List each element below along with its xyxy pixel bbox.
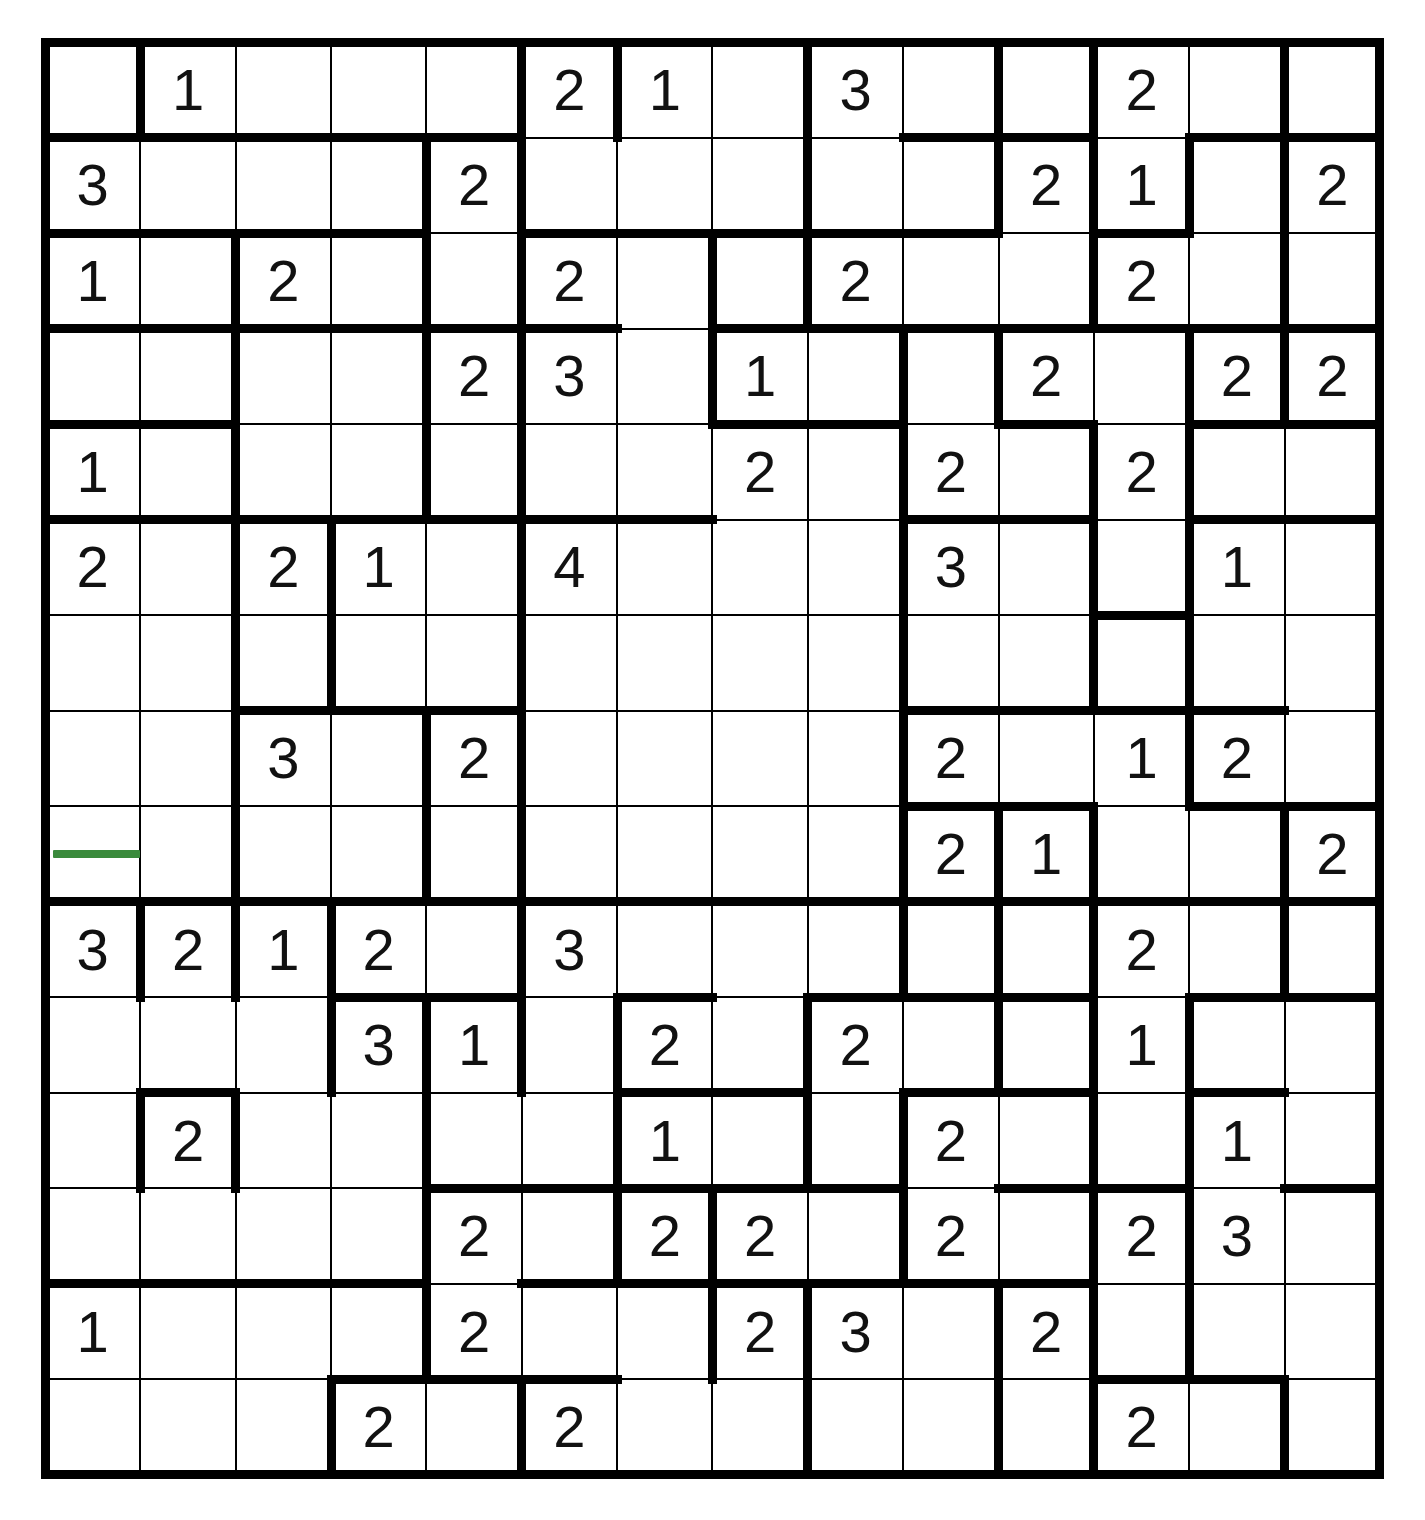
- cell-r12c8[interactable]: [712, 1093, 807, 1189]
- cell-r7c5[interactable]: [426, 615, 521, 711]
- region-border-horizontal: [136, 515, 240, 524]
- clue-r10c4: 2: [331, 902, 426, 998]
- region-border-vertical: [422, 1088, 431, 1193]
- cell-r9c4[interactable]: [331, 806, 426, 902]
- region-border-vertical: [327, 611, 336, 716]
- region-border-horizontal: [899, 993, 1003, 1002]
- cell-r7c11[interactable]: [999, 615, 1094, 711]
- cell-r11c1[interactable]: [45, 997, 140, 1093]
- cell-r8c7[interactable]: [617, 711, 712, 807]
- cell-r8c1[interactable]: [45, 711, 140, 807]
- cell-r9c9[interactable]: [808, 806, 903, 902]
- cell-r9c12[interactable]: [1094, 806, 1189, 902]
- cell-r14c4[interactable]: [331, 1284, 426, 1380]
- region-border-horizontal: [1089, 611, 1193, 620]
- cell-r3c8[interactable]: [712, 233, 807, 329]
- cell-r15c14[interactable]: [1285, 1379, 1380, 1475]
- cell-r3c7[interactable]: [617, 233, 712, 329]
- clue-r1c6: 2: [522, 42, 617, 138]
- region-border-vertical: [1185, 1279, 1194, 1384]
- cell-r10c9[interactable]: [808, 902, 903, 998]
- region-border-horizontal: [803, 897, 907, 906]
- region-border-horizontal: [994, 1184, 1098, 1193]
- cell-r15c3[interactable]: [236, 1379, 331, 1475]
- region-border-vertical: [517, 802, 526, 907]
- cell-r6c11[interactable]: [999, 520, 1094, 616]
- cell-r5c3[interactable]: [236, 424, 331, 520]
- region-border-horizontal: [994, 515, 1098, 524]
- region-border-vertical: [1280, 229, 1289, 334]
- cell-r7c7[interactable]: [617, 615, 712, 711]
- region-border-vertical: [899, 611, 908, 716]
- cell-r12c5[interactable]: [426, 1093, 521, 1189]
- clue-r14c5: 2: [426, 1284, 521, 1380]
- cell-r1c1[interactable]: [45, 42, 140, 138]
- clue-r1c9: 3: [808, 42, 903, 138]
- region-border-horizontal: [613, 515, 717, 524]
- clue-r10c2: 2: [140, 902, 235, 998]
- region-border-vertical: [231, 420, 240, 525]
- cell-r11c11[interactable]: [999, 997, 1094, 1093]
- region-border-horizontal: [803, 1184, 907, 1193]
- cell-r11c2[interactable]: [140, 997, 235, 1093]
- clue-r14c9: 3: [808, 1284, 903, 1380]
- clue-r2c14: 2: [1285, 138, 1380, 234]
- clue-r2c5: 2: [426, 138, 521, 234]
- cell-r14c6[interactable]: [522, 1284, 617, 1380]
- cell-r6c7[interactable]: [617, 520, 712, 616]
- cell-r12c4[interactable]: [331, 1093, 426, 1189]
- region-border-horizontal: [708, 229, 812, 238]
- cell-r14c3[interactable]: [236, 1284, 331, 1380]
- cell-r15c13[interactable]: [1189, 1379, 1284, 1475]
- cell-r13c6[interactable]: [522, 1188, 617, 1284]
- region-border-horizontal: [708, 897, 812, 906]
- cell-r12c12[interactable]: [1094, 1093, 1189, 1189]
- clue-r4c5: 2: [426, 329, 521, 425]
- cell-r7c4[interactable]: [331, 615, 426, 711]
- cell-r10c7[interactable]: [617, 902, 712, 998]
- region-border-vertical: [1280, 897, 1289, 1002]
- region-border-vertical: [1089, 1088, 1098, 1193]
- cell-r8c9[interactable]: [808, 711, 903, 807]
- cell-r11c13[interactable]: [1189, 997, 1284, 1093]
- region-border-horizontal: [1185, 897, 1289, 906]
- clue-r11c5: 1: [426, 997, 521, 1093]
- clue-r2c11: 2: [999, 138, 1094, 234]
- clue-r2c12: 1: [1094, 138, 1189, 234]
- cell-r15c10[interactable]: [903, 1379, 998, 1475]
- clue-r13c10: 2: [903, 1188, 998, 1284]
- region-border-horizontal: [899, 133, 1003, 142]
- cell-r3c10[interactable]: [903, 233, 998, 329]
- cell-r1c4[interactable]: [331, 42, 426, 138]
- clue-r13c13: 3: [1189, 1188, 1284, 1284]
- region-border-horizontal: [327, 324, 431, 333]
- region-border-horizontal: [327, 1279, 431, 1288]
- region-border-horizontal: [899, 229, 1003, 238]
- region-border-vertical: [422, 229, 431, 334]
- clue-r11c12: 1: [1094, 997, 1189, 1093]
- cell-r2c3[interactable]: [236, 138, 331, 234]
- clue-r15c12: 2: [1094, 1379, 1189, 1475]
- cell-r14c7[interactable]: [617, 1284, 712, 1380]
- clue-r14c11: 2: [999, 1284, 1094, 1380]
- region-border-vertical: [803, 133, 812, 238]
- cell-r8c11[interactable]: [999, 711, 1094, 807]
- clue-r8c5: 2: [426, 711, 521, 807]
- cell-r15c2[interactable]: [140, 1379, 235, 1475]
- clue-r4c11: 2: [999, 329, 1094, 425]
- cell-r5c7[interactable]: [617, 424, 712, 520]
- cell-r8c6[interactable]: [522, 711, 617, 807]
- cell-r2c6[interactable]: [522, 138, 617, 234]
- clue-r8c3: 3: [236, 711, 331, 807]
- cell-r7c2[interactable]: [140, 615, 235, 711]
- region-border-vertical: [1280, 38, 1289, 143]
- cell-r15c8[interactable]: [712, 1379, 807, 1475]
- region-border-vertical: [1089, 611, 1098, 716]
- cell-r9c5[interactable]: [426, 806, 521, 902]
- cell-r13c3[interactable]: [236, 1188, 331, 1284]
- region-border-horizontal: [1185, 1375, 1289, 1384]
- clue-r6c13: 1: [1189, 520, 1284, 616]
- region-border-horizontal: [613, 897, 717, 906]
- region-border-horizontal: [1185, 993, 1289, 1002]
- clue-r12c10: 2: [903, 1093, 998, 1189]
- clue-r4c14: 2: [1285, 329, 1380, 425]
- cell-r2c9[interactable]: [808, 138, 903, 234]
- region-border-vertical: [994, 993, 1003, 1098]
- cell-r1c3[interactable]: [236, 42, 331, 138]
- region-border-vertical: [517, 420, 526, 525]
- region-border-vertical: [899, 324, 908, 429]
- cell-r12c11[interactable]: [999, 1093, 1094, 1189]
- outer-border-right: [1375, 38, 1384, 1480]
- cell-r1c13[interactable]: [1189, 42, 1284, 138]
- cell-r13c1[interactable]: [45, 1188, 140, 1284]
- clue-r14c8: 2: [712, 1284, 807, 1380]
- cell-r15c5[interactable]: [426, 1379, 521, 1475]
- clue-r4c13: 2: [1189, 329, 1284, 425]
- cell-r12c1[interactable]: [45, 1093, 140, 1189]
- cell-r12c9[interactable]: [808, 1093, 903, 1189]
- region-border-horizontal: [1280, 993, 1384, 1002]
- clue-r3c6: 2: [522, 233, 617, 329]
- cell-r15c9[interactable]: [808, 1379, 903, 1475]
- cell-r7c1[interactable]: [45, 615, 140, 711]
- cell-r8c8[interactable]: [712, 711, 807, 807]
- cell-r7c3[interactable]: [236, 615, 331, 711]
- clue-r1c2: 1: [140, 42, 235, 138]
- clue-r13c12: 2: [1094, 1188, 1189, 1284]
- cell-r1c5[interactable]: [426, 42, 521, 138]
- region-border-horizontal: [613, 229, 717, 238]
- clue-r5c10: 2: [903, 424, 998, 520]
- cell-r13c2[interactable]: [140, 1188, 235, 1284]
- cell-r5c11[interactable]: [999, 424, 1094, 520]
- puzzle-board[interactable]: 1213232212122222312221222221431322122123…: [0, 0, 1425, 1520]
- cell-r6c14[interactable]: [1285, 520, 1380, 616]
- cell-r2c2[interactable]: [140, 138, 235, 234]
- cell-r11c10[interactable]: [903, 997, 998, 1093]
- region-border-vertical: [994, 1375, 1003, 1480]
- clue-r11c9: 2: [808, 997, 903, 1093]
- cell-r14c2[interactable]: [140, 1284, 235, 1380]
- cell-r13c14[interactable]: [1285, 1188, 1380, 1284]
- clue-r1c12: 2: [1094, 42, 1189, 138]
- cell-r12c14[interactable]: [1285, 1093, 1380, 1189]
- cell-r9c2[interactable]: [140, 806, 235, 902]
- region-border-horizontal: [708, 1088, 812, 1097]
- cell-r7c6[interactable]: [522, 615, 617, 711]
- region-border-vertical: [422, 420, 431, 525]
- cell-r14c13[interactable]: [1189, 1284, 1284, 1380]
- cell-r13c4[interactable]: [331, 1188, 426, 1284]
- cell-r7c8[interactable]: [712, 615, 807, 711]
- cell-r13c11[interactable]: [999, 1188, 1094, 1284]
- cell-r2c8[interactable]: [712, 138, 807, 234]
- cell-r7c13[interactable]: [1189, 615, 1284, 711]
- cell-r5c5[interactable]: [426, 424, 521, 520]
- cell-r2c13[interactable]: [1189, 138, 1284, 234]
- region-border-vertical: [708, 229, 717, 334]
- region-border-horizontal: [136, 420, 240, 429]
- cell-r4c7[interactable]: [617, 329, 712, 425]
- cell-r3c13[interactable]: [1189, 233, 1284, 329]
- region-border-horizontal: [422, 897, 526, 906]
- clue-r4c8: 1: [712, 329, 807, 425]
- clue-r4c6: 3: [522, 329, 617, 425]
- region-border-vertical: [517, 611, 526, 716]
- region-border-horizontal: [899, 324, 1003, 333]
- region-border-horizontal: [1280, 515, 1384, 524]
- cell-r10c8[interactable]: [712, 902, 807, 998]
- region-border-vertical: [231, 611, 240, 716]
- cell-r8c4[interactable]: [331, 711, 426, 807]
- clue-r11c7: 2: [617, 997, 712, 1093]
- cell-r12c3[interactable]: [236, 1093, 331, 1189]
- region-border-horizontal: [1185, 133, 1289, 142]
- region-border-horizontal: [994, 993, 1098, 1002]
- clue-r6c10: 3: [903, 520, 998, 616]
- clue-r12c2: 2: [140, 1093, 235, 1189]
- clue-r13c7: 2: [617, 1188, 712, 1284]
- clue-r14c1: 1: [45, 1284, 140, 1380]
- region-border-vertical: [1185, 611, 1194, 716]
- cell-r3c14[interactable]: [1285, 233, 1380, 329]
- cell-r15c7[interactable]: [617, 1379, 712, 1475]
- region-border-horizontal: [136, 324, 240, 333]
- cell-r6c5[interactable]: [426, 520, 521, 616]
- cell-r10c10[interactable]: [903, 902, 998, 998]
- clue-r10c6: 3: [522, 902, 617, 998]
- cell-r6c8[interactable]: [712, 520, 807, 616]
- cell-r2c4[interactable]: [331, 138, 426, 234]
- cell-r4c9[interactable]: [808, 329, 903, 425]
- region-border-horizontal: [422, 515, 526, 524]
- clue-r3c3: 2: [236, 233, 331, 329]
- cell-r3c5[interactable]: [426, 233, 521, 329]
- clue-r11c4: 3: [331, 997, 426, 1093]
- clue-r3c12: 2: [1094, 233, 1189, 329]
- cell-r14c12[interactable]: [1094, 1284, 1189, 1380]
- cell-r9c8[interactable]: [712, 806, 807, 902]
- clue-r5c1: 1: [45, 424, 140, 520]
- cell-r9c7[interactable]: [617, 806, 712, 902]
- cell-r9c13[interactable]: [1189, 806, 1284, 902]
- clue-r5c8: 2: [712, 424, 807, 520]
- clue-r8c10: 2: [903, 711, 998, 807]
- clue-r1c7: 1: [617, 42, 712, 138]
- green-user-stroke: [53, 850, 140, 858]
- cell-r11c14[interactable]: [1285, 997, 1380, 1093]
- cell-r11c3[interactable]: [236, 997, 331, 1093]
- region-border-horizontal: [327, 229, 431, 238]
- clue-r15c4: 2: [331, 1379, 426, 1475]
- cell-r6c12[interactable]: [1094, 520, 1189, 616]
- cell-r1c8[interactable]: [712, 42, 807, 138]
- cell-r10c11[interactable]: [999, 902, 1094, 998]
- cell-r11c6[interactable]: [522, 997, 617, 1093]
- region-border-vertical: [1089, 515, 1098, 620]
- region-border-horizontal: [231, 1279, 335, 1288]
- clue-r6c4: 1: [331, 520, 426, 616]
- region-border-horizontal: [994, 1088, 1098, 1097]
- region-border-horizontal: [136, 1279, 240, 1288]
- clue-r13c8: 2: [712, 1188, 807, 1284]
- cell-r14c10[interactable]: [903, 1284, 998, 1380]
- cell-r7c9[interactable]: [808, 615, 903, 711]
- clue-r10c12: 2: [1094, 902, 1189, 998]
- region-border-vertical: [994, 897, 1003, 1002]
- clue-r6c1: 2: [45, 520, 140, 616]
- cell-r3c4[interactable]: [331, 233, 426, 329]
- clue-r9c10: 2: [903, 806, 998, 902]
- region-border-horizontal: [517, 1184, 621, 1193]
- region-border-vertical: [231, 802, 240, 907]
- clue-r6c3: 2: [236, 520, 331, 616]
- clue-r12c7: 1: [617, 1093, 712, 1189]
- region-border-horizontal: [136, 229, 240, 238]
- cell-r9c3[interactable]: [236, 806, 331, 902]
- cell-r14c14[interactable]: [1285, 1284, 1380, 1380]
- cell-r11c8[interactable]: [712, 997, 807, 1093]
- clue-r10c1: 3: [45, 902, 140, 998]
- clue-r12c13: 1: [1189, 1093, 1284, 1189]
- cell-r1c14[interactable]: [1285, 42, 1380, 138]
- clue-r8c13: 2: [1189, 711, 1284, 807]
- cell-r8c2[interactable]: [140, 711, 235, 807]
- cell-r4c10[interactable]: [903, 329, 998, 425]
- region-border-vertical: [231, 324, 240, 429]
- clue-r2c1: 3: [45, 138, 140, 234]
- cell-r10c5[interactable]: [426, 902, 521, 998]
- clue-r13c5: 2: [426, 1188, 521, 1284]
- cell-r10c14[interactable]: [1285, 902, 1380, 998]
- clue-r10c3: 1: [236, 902, 331, 998]
- region-border-horizontal: [1280, 1184, 1384, 1193]
- clue-r9c14: 2: [1285, 806, 1380, 902]
- cell-r3c11[interactable]: [999, 233, 1094, 329]
- clue-r8c12: 1: [1094, 711, 1189, 807]
- cell-r4c1[interactable]: [45, 329, 140, 425]
- cell-r7c14[interactable]: [1285, 615, 1380, 711]
- cell-r7c12[interactable]: [1094, 615, 1189, 711]
- cell-r5c13[interactable]: [1189, 424, 1284, 520]
- cell-r3c2[interactable]: [140, 233, 235, 329]
- region-border-horizontal: [517, 1279, 621, 1288]
- cell-r4c2[interactable]: [140, 329, 235, 425]
- cell-r4c4[interactable]: [331, 329, 426, 425]
- cell-r7c10[interactable]: [903, 615, 998, 711]
- cell-r5c6[interactable]: [522, 424, 617, 520]
- cell-r1c10[interactable]: [903, 42, 998, 138]
- region-border-vertical: [899, 897, 908, 1002]
- cell-r9c6[interactable]: [522, 806, 617, 902]
- cell-r12c6[interactable]: [522, 1093, 617, 1189]
- region-border-vertical: [803, 1375, 812, 1480]
- cell-r2c7[interactable]: [617, 138, 712, 234]
- clue-r3c9: 2: [808, 233, 903, 329]
- region-border-horizontal: [327, 133, 431, 142]
- cell-r5c14[interactable]: [1285, 424, 1380, 520]
- clue-r5c12: 2: [1094, 424, 1189, 520]
- cell-r13c9[interactable]: [808, 1188, 903, 1284]
- region-border-vertical: [422, 802, 431, 907]
- cell-r10c13[interactable]: [1189, 902, 1284, 998]
- clue-r9c11: 1: [999, 806, 1094, 902]
- region-border-vertical: [803, 1088, 812, 1193]
- clue-r3c1: 1: [45, 233, 140, 329]
- cell-r5c4[interactable]: [331, 424, 426, 520]
- cell-r5c2[interactable]: [140, 424, 235, 520]
- region-border-horizontal: [994, 706, 1098, 715]
- region-border-horizontal: [803, 420, 907, 429]
- cell-r4c12[interactable]: [1094, 329, 1189, 425]
- cell-r2c10[interactable]: [903, 138, 998, 234]
- cell-r6c2[interactable]: [140, 520, 235, 616]
- cell-r6c9[interactable]: [808, 520, 903, 616]
- cell-r15c11[interactable]: [999, 1379, 1094, 1475]
- cell-r4c3[interactable]: [236, 329, 331, 425]
- region-border-vertical: [1280, 1375, 1289, 1480]
- region-border-horizontal: [327, 706, 431, 715]
- clue-r15c6: 2: [522, 1379, 617, 1475]
- region-border-horizontal: [231, 133, 335, 142]
- region-border-vertical: [994, 38, 1003, 143]
- cell-r1c11[interactable]: [999, 42, 1094, 138]
- clue-r6c6: 4: [522, 520, 617, 616]
- cell-r15c1[interactable]: [45, 1379, 140, 1475]
- cell-r8c14[interactable]: [1285, 711, 1380, 807]
- cell-r5c9[interactable]: [808, 424, 903, 520]
